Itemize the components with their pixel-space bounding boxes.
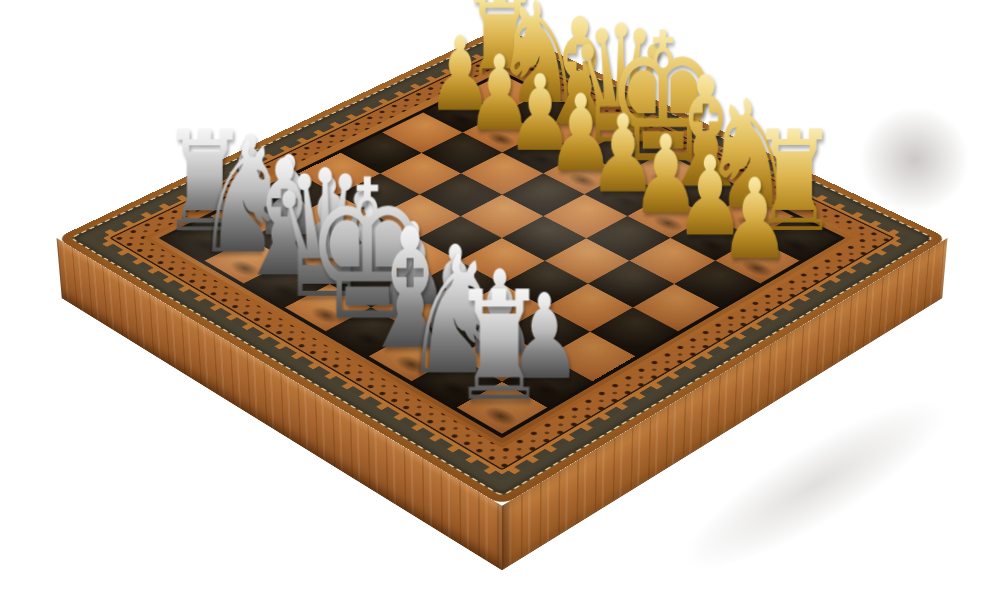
piece-white-rook: ♜ (430, 276, 569, 419)
chess-set-photo: ♜♞♝♛♚♝♞♜♟♟♟♟♟♟♟♟♟♟♟♟♟♟♟♟♜♞♝♛♚♝♞♜ (0, 0, 1000, 593)
piece-black-pawn: ♟ (690, 167, 820, 273)
